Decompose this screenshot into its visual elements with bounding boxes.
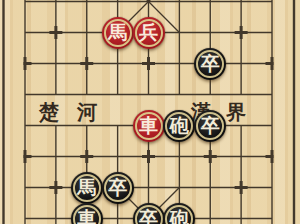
piece-red-horse[interactable]: 馬 bbox=[102, 17, 134, 49]
piece-glyph: 卒 bbox=[139, 209, 158, 224]
piece-glyph: 馬 bbox=[77, 178, 96, 197]
piece-glyph: 卒 bbox=[201, 54, 220, 73]
piece-glyph: 車 bbox=[139, 116, 158, 135]
piece-glyph: 車 bbox=[77, 209, 96, 224]
river-label-left: 楚河 bbox=[39, 99, 115, 126]
piece-glyph: 兵 bbox=[139, 23, 158, 42]
piece-glyph: 卒 bbox=[201, 116, 220, 135]
piece-black-horse[interactable]: 馬 bbox=[71, 172, 103, 204]
piece-glyph: 馬 bbox=[108, 23, 127, 42]
piece-red-chariot[interactable]: 車 bbox=[133, 110, 165, 142]
xiangqi-board[interactable]: 楚河 漢界 馬兵卒車砲卒馬卒車卒砲 bbox=[0, 0, 300, 224]
piece-black-cannon-a[interactable]: 砲 bbox=[163, 110, 195, 142]
piece-glyph: 砲 bbox=[170, 209, 189, 224]
piece-black-soldier-c[interactable]: 卒 bbox=[102, 172, 134, 204]
piece-glyph: 砲 bbox=[170, 116, 189, 135]
piece-red-soldier[interactable]: 兵 bbox=[133, 17, 165, 49]
piece-black-soldier-a[interactable]: 卒 bbox=[194, 48, 226, 80]
piece-glyph: 卒 bbox=[108, 178, 127, 197]
piece-black-soldier-b[interactable]: 卒 bbox=[194, 110, 226, 142]
